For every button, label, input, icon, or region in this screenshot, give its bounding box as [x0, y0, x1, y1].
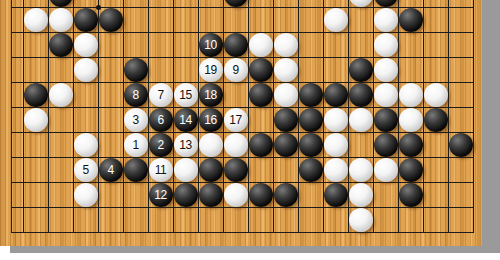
stone-black[interactable]	[224, 33, 248, 57]
stone-white[interactable]	[324, 133, 348, 157]
stone-black[interactable]	[49, 0, 73, 7]
stone-black[interactable]	[299, 108, 323, 132]
move-number: 10	[204, 39, 216, 51]
stone-black[interactable]: 14	[174, 108, 198, 132]
stone-black[interactable]	[174, 183, 198, 207]
stone-white[interactable]	[174, 158, 198, 182]
stone-black[interactable]	[199, 158, 223, 182]
stone-black[interactable]	[274, 108, 298, 132]
stone-white[interactable]	[374, 58, 398, 82]
move-number: 13	[179, 139, 191, 151]
move-number: 4	[107, 164, 113, 176]
stone-black[interactable]	[399, 158, 423, 182]
stone-white[interactable]	[199, 133, 223, 157]
grid-line-horizontal	[11, 232, 474, 233]
stone-white[interactable]: 9	[224, 58, 248, 82]
stone-white[interactable]	[49, 8, 73, 32]
stone-white[interactable]	[274, 83, 298, 107]
move-number: 12	[154, 189, 166, 201]
stone-white[interactable]	[374, 8, 398, 32]
stone-white[interactable]: 5	[74, 158, 98, 182]
stone-white[interactable]	[274, 33, 298, 57]
stone-black[interactable]	[274, 183, 298, 207]
go-app-window: 10199871518361416171213541112	[0, 0, 500, 260]
stone-black[interactable]: 8	[124, 83, 148, 107]
stone-white[interactable]	[399, 108, 423, 132]
stone-white[interactable]: 7	[149, 83, 173, 107]
stone-black[interactable]	[124, 158, 148, 182]
move-number: 7	[157, 89, 163, 101]
move-number: 19	[204, 64, 216, 76]
stone-black[interactable]	[374, 108, 398, 132]
stone-white[interactable]	[424, 83, 448, 107]
stone-white[interactable]	[374, 33, 398, 57]
stone-black[interactable]: 10	[199, 33, 223, 57]
stone-white[interactable]	[249, 33, 273, 57]
stone-black[interactable]	[424, 108, 448, 132]
stone-black[interactable]	[224, 0, 248, 7]
move-number: 3	[132, 114, 138, 126]
stone-black[interactable]	[299, 133, 323, 157]
stone-white[interactable]	[324, 8, 348, 32]
stone-white[interactable]	[349, 208, 373, 232]
move-number: 18	[204, 89, 216, 101]
stone-white[interactable]	[349, 108, 373, 132]
stone-black[interactable]	[324, 83, 348, 107]
stones-grid: 10199871518361416171213541112	[0, 0, 473, 232]
stone-white[interactable]	[324, 108, 348, 132]
stone-black[interactable]: 12	[149, 183, 173, 207]
stone-white[interactable]	[49, 83, 73, 107]
stone-white[interactable]	[24, 108, 48, 132]
stone-black[interactable]	[374, 0, 398, 7]
stone-black[interactable]	[374, 133, 398, 157]
move-number: 2	[157, 139, 163, 151]
stone-black[interactable]	[324, 183, 348, 207]
stone-black[interactable]: 18	[199, 83, 223, 107]
move-number: 15	[179, 89, 191, 101]
stone-black[interactable]	[249, 183, 273, 207]
stone-white[interactable]: 13	[174, 133, 198, 157]
stone-white[interactable]: 15	[174, 83, 198, 107]
move-number: 16	[204, 114, 216, 126]
stone-black[interactable]: 2	[149, 133, 173, 157]
stone-white[interactable]	[374, 158, 398, 182]
stone-white[interactable]	[349, 183, 373, 207]
stone-white[interactable]	[224, 183, 248, 207]
stone-black[interactable]	[349, 83, 373, 107]
stone-black[interactable]	[249, 58, 273, 82]
grid-line-vertical	[473, 0, 474, 233]
stone-black[interactable]	[274, 133, 298, 157]
stone-black[interactable]	[399, 133, 423, 157]
stone-white[interactable]	[74, 133, 98, 157]
stone-white[interactable]	[24, 8, 48, 32]
stone-black[interactable]	[299, 158, 323, 182]
stone-white[interactable]	[74, 58, 98, 82]
stone-white[interactable]	[374, 83, 398, 107]
stone-black[interactable]	[249, 83, 273, 107]
move-number: 17	[229, 114, 241, 126]
go-board[interactable]: 10199871518361416171213541112	[0, 0, 482, 246]
move-number: 14	[179, 114, 191, 126]
move-number: 5	[82, 164, 88, 176]
stone-white[interactable]	[399, 83, 423, 107]
stone-white[interactable]: 1	[124, 133, 148, 157]
stone-black[interactable]	[349, 58, 373, 82]
stone-black[interactable]	[199, 183, 223, 207]
stone-white[interactable]: 11	[149, 158, 173, 182]
stone-black[interactable]: 6	[149, 108, 173, 132]
stone-white[interactable]	[324, 158, 348, 182]
move-number: 11	[155, 164, 166, 176]
stone-white[interactable]: 19	[199, 58, 223, 82]
move-number: 8	[132, 89, 138, 101]
stone-black[interactable]	[49, 33, 73, 57]
stone-white[interactable]	[74, 33, 98, 57]
stone-white[interactable]	[349, 158, 373, 182]
stone-black[interactable]	[399, 183, 423, 207]
stone-black[interactable]	[299, 83, 323, 107]
stone-white[interactable]: 17	[224, 108, 248, 132]
stone-black[interactable]	[249, 133, 273, 157]
stone-white[interactable]	[349, 0, 373, 7]
stone-black[interactable]	[99, 8, 123, 32]
stone-black[interactable]	[449, 133, 473, 157]
stone-white[interactable]	[224, 133, 248, 157]
board-shadow-right	[482, 0, 500, 253]
stone-black[interactable]	[399, 8, 423, 32]
stone-black[interactable]: 4	[99, 158, 123, 182]
stone-black[interactable]	[24, 83, 48, 107]
stone-black[interactable]	[224, 158, 248, 182]
stone-white[interactable]: 3	[124, 108, 148, 132]
stone-black[interactable]	[124, 58, 148, 82]
stone-black[interactable]: 16	[199, 108, 223, 132]
board-shadow-bottom	[10, 246, 500, 253]
stone-black[interactable]	[74, 8, 98, 32]
stone-white[interactable]	[274, 58, 298, 82]
move-number: 6	[157, 114, 163, 126]
stone-white[interactable]	[74, 183, 98, 207]
move-number: 9	[232, 64, 238, 76]
move-number: 1	[132, 139, 138, 151]
